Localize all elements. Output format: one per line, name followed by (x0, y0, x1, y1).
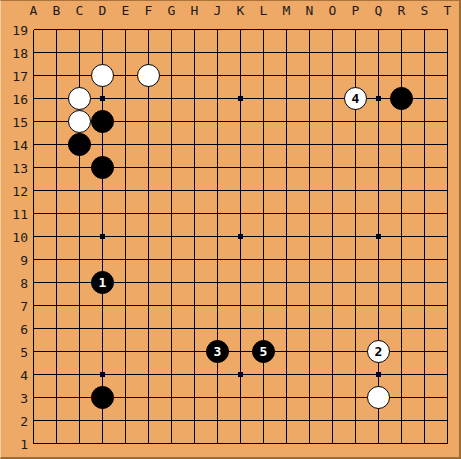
intersection-P18[interactable] (344, 41, 367, 64)
intersection-F19[interactable] (137, 18, 160, 41)
intersection-N3[interactable] (298, 386, 321, 409)
intersection-N11[interactable] (298, 202, 321, 225)
intersection-J17[interactable] (206, 64, 229, 87)
intersection-S9[interactable] (413, 248, 436, 271)
intersection-C17[interactable] (68, 64, 91, 87)
intersection-T6[interactable] (436, 317, 459, 340)
intersection-G18[interactable] (160, 41, 183, 64)
intersection-K8[interactable] (229, 271, 252, 294)
intersection-D16[interactable] (91, 87, 114, 110)
intersection-A18[interactable] (22, 41, 45, 64)
intersection-K18[interactable] (229, 41, 252, 64)
intersection-Q7[interactable] (367, 294, 390, 317)
intersection-A11[interactable] (22, 202, 45, 225)
intersection-E9[interactable] (114, 248, 137, 271)
intersection-C14[interactable] (68, 133, 91, 156)
intersection-O19[interactable] (321, 18, 344, 41)
intersection-L10[interactable] (252, 225, 275, 248)
intersection-T9[interactable] (436, 248, 459, 271)
intersection-B11[interactable] (45, 202, 68, 225)
intersection-N6[interactable] (298, 317, 321, 340)
intersection-N12[interactable] (298, 179, 321, 202)
intersection-H19[interactable] (183, 18, 206, 41)
intersection-L14[interactable] (252, 133, 275, 156)
intersection-H7[interactable] (183, 294, 206, 317)
intersection-D9[interactable] (91, 248, 114, 271)
intersection-S7[interactable] (413, 294, 436, 317)
intersection-P9[interactable] (344, 248, 367, 271)
intersection-O14[interactable] (321, 133, 344, 156)
intersection-D8[interactable]: 1 (91, 271, 114, 294)
intersection-B12[interactable] (45, 179, 68, 202)
intersection-C3[interactable] (68, 386, 91, 409)
intersection-C16[interactable] (68, 87, 91, 110)
intersection-E2[interactable] (114, 409, 137, 432)
intersection-J12[interactable] (206, 179, 229, 202)
intersection-S12[interactable] (413, 179, 436, 202)
intersection-D15[interactable] (91, 110, 114, 133)
intersection-N14[interactable] (298, 133, 321, 156)
intersection-N19[interactable] (298, 18, 321, 41)
intersection-B1[interactable] (45, 432, 68, 455)
intersection-D14[interactable] (91, 133, 114, 156)
intersection-M8[interactable] (275, 271, 298, 294)
intersection-M2[interactable] (275, 409, 298, 432)
intersection-N10[interactable] (298, 225, 321, 248)
intersection-D1[interactable] (91, 432, 114, 455)
intersection-N18[interactable] (298, 41, 321, 64)
intersection-B19[interactable] (45, 18, 68, 41)
intersection-N4[interactable] (298, 363, 321, 386)
intersection-F16[interactable] (137, 87, 160, 110)
intersection-H1[interactable] (183, 432, 206, 455)
intersection-D2[interactable] (91, 409, 114, 432)
intersection-S15[interactable] (413, 110, 436, 133)
intersection-L7[interactable] (252, 294, 275, 317)
intersection-R2[interactable] (390, 409, 413, 432)
intersection-B17[interactable] (45, 64, 68, 87)
intersection-J6[interactable] (206, 317, 229, 340)
intersection-K15[interactable] (229, 110, 252, 133)
intersection-H17[interactable] (183, 64, 206, 87)
intersection-R18[interactable] (390, 41, 413, 64)
intersection-R7[interactable] (390, 294, 413, 317)
intersection-S11[interactable] (413, 202, 436, 225)
intersection-L17[interactable] (252, 64, 275, 87)
intersection-H12[interactable] (183, 179, 206, 202)
intersection-E17[interactable] (114, 64, 137, 87)
intersection-Q15[interactable] (367, 110, 390, 133)
intersection-C10[interactable] (68, 225, 91, 248)
intersection-J4[interactable] (206, 363, 229, 386)
intersection-L19[interactable] (252, 18, 275, 41)
intersection-L2[interactable] (252, 409, 275, 432)
intersection-K1[interactable] (229, 432, 252, 455)
intersection-G8[interactable] (160, 271, 183, 294)
intersection-H8[interactable] (183, 271, 206, 294)
intersection-M7[interactable] (275, 294, 298, 317)
intersection-O13[interactable] (321, 156, 344, 179)
intersection-Q14[interactable] (367, 133, 390, 156)
intersection-E7[interactable] (114, 294, 137, 317)
intersection-R19[interactable] (390, 18, 413, 41)
intersection-A4[interactable] (22, 363, 45, 386)
intersection-J13[interactable] (206, 156, 229, 179)
intersection-R4[interactable] (390, 363, 413, 386)
intersection-G4[interactable] (160, 363, 183, 386)
intersection-O16[interactable] (321, 87, 344, 110)
intersection-E11[interactable] (114, 202, 137, 225)
intersection-F3[interactable] (137, 386, 160, 409)
intersection-M4[interactable] (275, 363, 298, 386)
intersection-O4[interactable] (321, 363, 344, 386)
intersection-D4[interactable] (91, 363, 114, 386)
intersection-S6[interactable] (413, 317, 436, 340)
intersection-J10[interactable] (206, 225, 229, 248)
intersection-P3[interactable] (344, 386, 367, 409)
intersection-B8[interactable] (45, 271, 68, 294)
intersection-T10[interactable] (436, 225, 459, 248)
intersection-N2[interactable] (298, 409, 321, 432)
intersection-K4[interactable] (229, 363, 252, 386)
intersection-E8[interactable] (114, 271, 137, 294)
intersection-J3[interactable] (206, 386, 229, 409)
intersection-S14[interactable] (413, 133, 436, 156)
intersection-G10[interactable] (160, 225, 183, 248)
intersection-S4[interactable] (413, 363, 436, 386)
intersection-O8[interactable] (321, 271, 344, 294)
intersection-K9[interactable] (229, 248, 252, 271)
intersection-T19[interactable] (436, 18, 459, 41)
intersection-J5[interactable]: 3 (206, 340, 229, 363)
intersection-T15[interactable] (436, 110, 459, 133)
intersection-E14[interactable] (114, 133, 137, 156)
intersection-C2[interactable] (68, 409, 91, 432)
intersection-S16[interactable] (413, 87, 436, 110)
intersection-B18[interactable] (45, 41, 68, 64)
intersection-T17[interactable] (436, 64, 459, 87)
intersection-T1[interactable] (436, 432, 459, 455)
intersection-O18[interactable] (321, 41, 344, 64)
intersection-M6[interactable] (275, 317, 298, 340)
intersection-E10[interactable] (114, 225, 137, 248)
intersection-Q4[interactable] (367, 363, 390, 386)
intersection-B6[interactable] (45, 317, 68, 340)
intersection-H9[interactable] (183, 248, 206, 271)
intersection-J19[interactable] (206, 18, 229, 41)
intersection-J14[interactable] (206, 133, 229, 156)
intersection-Q17[interactable] (367, 64, 390, 87)
intersection-M9[interactable] (275, 248, 298, 271)
intersection-S3[interactable] (413, 386, 436, 409)
intersection-M15[interactable] (275, 110, 298, 133)
intersection-H14[interactable] (183, 133, 206, 156)
intersection-G11[interactable] (160, 202, 183, 225)
intersection-F8[interactable] (137, 271, 160, 294)
intersection-P5[interactable] (344, 340, 367, 363)
intersection-A9[interactable] (22, 248, 45, 271)
intersection-T5[interactable] (436, 340, 459, 363)
intersection-B15[interactable] (45, 110, 68, 133)
intersection-F5[interactable] (137, 340, 160, 363)
intersection-P11[interactable] (344, 202, 367, 225)
intersection-Q6[interactable] (367, 317, 390, 340)
intersection-E3[interactable] (114, 386, 137, 409)
intersection-K16[interactable] (229, 87, 252, 110)
intersection-M3[interactable] (275, 386, 298, 409)
intersection-D18[interactable] (91, 41, 114, 64)
intersection-K5[interactable] (229, 340, 252, 363)
intersection-J9[interactable] (206, 248, 229, 271)
intersection-T16[interactable] (436, 87, 459, 110)
intersection-J1[interactable] (206, 432, 229, 455)
intersection-T7[interactable] (436, 294, 459, 317)
intersection-O6[interactable] (321, 317, 344, 340)
intersection-K6[interactable] (229, 317, 252, 340)
intersection-O7[interactable] (321, 294, 344, 317)
intersection-T13[interactable] (436, 156, 459, 179)
intersection-S1[interactable] (413, 432, 436, 455)
intersection-N13[interactable] (298, 156, 321, 179)
intersection-R8[interactable] (390, 271, 413, 294)
intersection-P19[interactable] (344, 18, 367, 41)
intersection-K7[interactable] (229, 294, 252, 317)
intersection-R17[interactable] (390, 64, 413, 87)
intersection-N8[interactable] (298, 271, 321, 294)
intersection-L4[interactable] (252, 363, 275, 386)
intersection-H15[interactable] (183, 110, 206, 133)
intersection-R6[interactable] (390, 317, 413, 340)
intersection-D10[interactable] (91, 225, 114, 248)
intersection-Q10[interactable] (367, 225, 390, 248)
intersection-F9[interactable] (137, 248, 160, 271)
intersection-C18[interactable] (68, 41, 91, 64)
intersection-C19[interactable] (68, 18, 91, 41)
intersection-F6[interactable] (137, 317, 160, 340)
intersection-Q1[interactable] (367, 432, 390, 455)
intersection-F14[interactable] (137, 133, 160, 156)
intersection-R16[interactable] (390, 87, 413, 110)
intersection-G19[interactable] (160, 18, 183, 41)
intersection-L11[interactable] (252, 202, 275, 225)
intersection-L8[interactable] (252, 271, 275, 294)
intersection-C5[interactable] (68, 340, 91, 363)
intersection-Q8[interactable] (367, 271, 390, 294)
intersection-R9[interactable] (390, 248, 413, 271)
intersection-F15[interactable] (137, 110, 160, 133)
intersection-E18[interactable] (114, 41, 137, 64)
intersection-J16[interactable] (206, 87, 229, 110)
intersection-T2[interactable] (436, 409, 459, 432)
intersection-S8[interactable] (413, 271, 436, 294)
intersection-P16[interactable]: 4 (344, 87, 367, 110)
intersection-J15[interactable] (206, 110, 229, 133)
intersection-N17[interactable] (298, 64, 321, 87)
intersection-M16[interactable] (275, 87, 298, 110)
intersection-K11[interactable] (229, 202, 252, 225)
intersection-E1[interactable] (114, 432, 137, 455)
intersection-P7[interactable] (344, 294, 367, 317)
intersection-D6[interactable] (91, 317, 114, 340)
intersection-B7[interactable] (45, 294, 68, 317)
intersection-C12[interactable] (68, 179, 91, 202)
intersection-G14[interactable] (160, 133, 183, 156)
intersection-M1[interactable] (275, 432, 298, 455)
intersection-B10[interactable] (45, 225, 68, 248)
intersection-A3[interactable] (22, 386, 45, 409)
intersection-C6[interactable] (68, 317, 91, 340)
intersection-F7[interactable] (137, 294, 160, 317)
intersection-B3[interactable] (45, 386, 68, 409)
intersection-P14[interactable] (344, 133, 367, 156)
intersection-J11[interactable] (206, 202, 229, 225)
intersection-P13[interactable] (344, 156, 367, 179)
intersection-M14[interactable] (275, 133, 298, 156)
intersection-L15[interactable] (252, 110, 275, 133)
intersection-Q11[interactable] (367, 202, 390, 225)
intersection-P17[interactable] (344, 64, 367, 87)
intersection-M11[interactable] (275, 202, 298, 225)
intersection-O5[interactable] (321, 340, 344, 363)
intersection-E6[interactable] (114, 317, 137, 340)
intersection-P15[interactable] (344, 110, 367, 133)
intersection-B16[interactable] (45, 87, 68, 110)
intersection-H18[interactable] (183, 41, 206, 64)
intersection-G1[interactable] (160, 432, 183, 455)
intersection-A14[interactable] (22, 133, 45, 156)
intersection-A16[interactable] (22, 87, 45, 110)
intersection-G16[interactable] (160, 87, 183, 110)
intersection-A8[interactable] (22, 271, 45, 294)
intersection-G17[interactable] (160, 64, 183, 87)
intersection-F1[interactable] (137, 432, 160, 455)
intersection-T12[interactable] (436, 179, 459, 202)
intersection-B14[interactable] (45, 133, 68, 156)
intersection-B4[interactable] (45, 363, 68, 386)
intersection-A1[interactable] (22, 432, 45, 455)
intersection-R14[interactable] (390, 133, 413, 156)
intersection-K14[interactable] (229, 133, 252, 156)
intersection-G15[interactable] (160, 110, 183, 133)
intersection-S18[interactable] (413, 41, 436, 64)
intersection-Q3[interactable] (367, 386, 390, 409)
intersection-A12[interactable] (22, 179, 45, 202)
intersection-K12[interactable] (229, 179, 252, 202)
intersection-F12[interactable] (137, 179, 160, 202)
intersection-Q19[interactable] (367, 18, 390, 41)
intersection-M13[interactable] (275, 156, 298, 179)
intersection-S19[interactable] (413, 18, 436, 41)
intersection-E12[interactable] (114, 179, 137, 202)
intersection-T3[interactable] (436, 386, 459, 409)
intersection-K17[interactable] (229, 64, 252, 87)
intersection-F4[interactable] (137, 363, 160, 386)
intersection-D12[interactable] (91, 179, 114, 202)
intersection-G7[interactable] (160, 294, 183, 317)
intersection-N5[interactable] (298, 340, 321, 363)
intersection-A13[interactable] (22, 156, 45, 179)
intersection-L9[interactable] (252, 248, 275, 271)
intersection-M5[interactable] (275, 340, 298, 363)
intersection-R3[interactable] (390, 386, 413, 409)
intersection-D17[interactable] (91, 64, 114, 87)
intersection-L18[interactable] (252, 41, 275, 64)
intersection-M19[interactable] (275, 18, 298, 41)
intersection-L13[interactable] (252, 156, 275, 179)
intersection-O17[interactable] (321, 64, 344, 87)
intersection-J7[interactable] (206, 294, 229, 317)
intersection-F10[interactable] (137, 225, 160, 248)
intersection-J18[interactable] (206, 41, 229, 64)
intersection-R1[interactable] (390, 432, 413, 455)
intersection-R13[interactable] (390, 156, 413, 179)
intersection-M17[interactable] (275, 64, 298, 87)
intersection-A5[interactable] (22, 340, 45, 363)
intersection-S13[interactable] (413, 156, 436, 179)
intersection-G6[interactable] (160, 317, 183, 340)
intersection-C4[interactable] (68, 363, 91, 386)
intersection-L5[interactable]: 5 (252, 340, 275, 363)
intersection-O1[interactable] (321, 432, 344, 455)
intersection-D19[interactable] (91, 18, 114, 41)
intersection-O2[interactable] (321, 409, 344, 432)
intersection-K19[interactable] (229, 18, 252, 41)
intersection-M12[interactable] (275, 179, 298, 202)
intersection-T14[interactable] (436, 133, 459, 156)
intersection-B2[interactable] (45, 409, 68, 432)
intersection-Q16[interactable] (367, 87, 390, 110)
intersection-D5[interactable] (91, 340, 114, 363)
intersection-P1[interactable] (344, 432, 367, 455)
intersection-Q12[interactable] (367, 179, 390, 202)
intersection-Q9[interactable] (367, 248, 390, 271)
intersection-A10[interactable] (22, 225, 45, 248)
intersection-S10[interactable] (413, 225, 436, 248)
intersection-S2[interactable] (413, 409, 436, 432)
intersection-H11[interactable] (183, 202, 206, 225)
intersection-E13[interactable] (114, 156, 137, 179)
intersection-P4[interactable] (344, 363, 367, 386)
intersection-K10[interactable] (229, 225, 252, 248)
intersection-Q18[interactable] (367, 41, 390, 64)
intersection-H13[interactable] (183, 156, 206, 179)
intersection-A15[interactable] (22, 110, 45, 133)
intersection-O3[interactable] (321, 386, 344, 409)
intersection-N9[interactable] (298, 248, 321, 271)
intersection-R10[interactable] (390, 225, 413, 248)
intersection-T8[interactable] (436, 271, 459, 294)
intersection-S5[interactable] (413, 340, 436, 363)
intersection-O10[interactable] (321, 225, 344, 248)
intersection-A19[interactable] (22, 18, 45, 41)
intersection-G3[interactable] (160, 386, 183, 409)
intersection-E5[interactable] (114, 340, 137, 363)
intersection-P8[interactable] (344, 271, 367, 294)
intersection-B9[interactable] (45, 248, 68, 271)
intersection-P2[interactable] (344, 409, 367, 432)
intersection-H10[interactable] (183, 225, 206, 248)
intersection-O11[interactable] (321, 202, 344, 225)
intersection-J8[interactable] (206, 271, 229, 294)
intersection-C8[interactable] (68, 271, 91, 294)
intersection-E16[interactable] (114, 87, 137, 110)
intersection-L16[interactable] (252, 87, 275, 110)
intersection-L6[interactable] (252, 317, 275, 340)
intersection-T18[interactable] (436, 41, 459, 64)
intersection-H5[interactable] (183, 340, 206, 363)
intersection-H2[interactable] (183, 409, 206, 432)
intersection-R11[interactable] (390, 202, 413, 225)
